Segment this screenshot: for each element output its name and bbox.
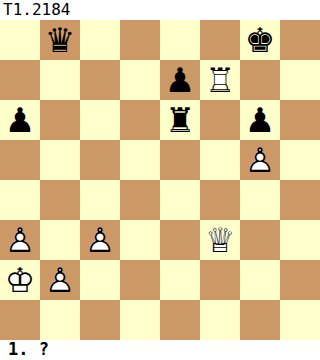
square-h1[interactable] [280, 300, 320, 340]
black-pawn: ♟ [240, 100, 280, 140]
square-h4[interactable] [280, 180, 320, 220]
square-a8[interactable] [0, 20, 40, 60]
square-d8[interactable] [120, 20, 160, 60]
square-d2[interactable] [120, 260, 160, 300]
square-b8[interactable]: ♛ [40, 20, 80, 60]
square-g1[interactable] [240, 300, 280, 340]
square-e8[interactable] [160, 20, 200, 60]
square-a3[interactable]: ♟♙ [0, 220, 40, 260]
white-pawn: ♟♙ [0, 220, 40, 260]
square-f8[interactable] [200, 20, 240, 60]
square-c4[interactable] [80, 180, 120, 220]
square-c5[interactable] [80, 140, 120, 180]
square-f1[interactable] [200, 300, 240, 340]
square-a7[interactable] [0, 60, 40, 100]
square-f2[interactable] [200, 260, 240, 300]
square-f7[interactable]: ♜♖ [200, 60, 240, 100]
square-a2[interactable]: ♚♔ [0, 260, 40, 300]
square-a5[interactable] [0, 140, 40, 180]
square-e6[interactable]: ♜ [160, 100, 200, 140]
square-g2[interactable] [240, 260, 280, 300]
black-queen: ♛ [40, 20, 80, 60]
square-h2[interactable] [280, 260, 320, 300]
white-queen: ♛♕ [200, 220, 240, 260]
white-king: ♚♔ [0, 260, 40, 300]
square-b2[interactable]: ♟♙ [40, 260, 80, 300]
square-g7[interactable] [240, 60, 280, 100]
square-e4[interactable] [160, 180, 200, 220]
square-e5[interactable] [160, 140, 200, 180]
square-g4[interactable] [240, 180, 280, 220]
square-a4[interactable] [0, 180, 40, 220]
square-d7[interactable] [120, 60, 160, 100]
puzzle-window: T1.2184 ♛♚♟♜♖♟♜♟♟♙♟♙♟♙♛♕♚♔♟♙ 1. ? [0, 0, 320, 360]
white-rook: ♜♖ [200, 60, 240, 100]
puzzle-title: T1.2184 [3, 1, 70, 19]
square-g5[interactable]: ♟♙ [240, 140, 280, 180]
square-d6[interactable] [120, 100, 160, 140]
square-e3[interactable] [160, 220, 200, 260]
square-h6[interactable] [280, 100, 320, 140]
square-c6[interactable] [80, 100, 120, 140]
square-f5[interactable] [200, 140, 240, 180]
black-king: ♚ [240, 20, 280, 60]
square-f3[interactable]: ♛♕ [200, 220, 240, 260]
white-pawn: ♟♙ [240, 140, 280, 180]
square-b5[interactable] [40, 140, 80, 180]
square-h5[interactable] [280, 140, 320, 180]
white-pawn: ♟♙ [40, 260, 80, 300]
square-e1[interactable] [160, 300, 200, 340]
square-d5[interactable] [120, 140, 160, 180]
square-b1[interactable] [40, 300, 80, 340]
black-rook: ♜ [160, 100, 200, 140]
move-prompt: 1. ? [8, 340, 49, 360]
square-b7[interactable] [40, 60, 80, 100]
square-c3[interactable]: ♟♙ [80, 220, 120, 260]
square-e7[interactable]: ♟ [160, 60, 200, 100]
square-c7[interactable] [80, 60, 120, 100]
square-g3[interactable] [240, 220, 280, 260]
chess-board: ♛♚♟♜♖♟♜♟♟♙♟♙♟♙♛♕♚♔♟♙ [0, 20, 320, 340]
square-b3[interactable] [40, 220, 80, 260]
square-d1[interactable] [120, 300, 160, 340]
square-g6[interactable]: ♟ [240, 100, 280, 140]
square-d4[interactable] [120, 180, 160, 220]
black-pawn: ♟ [160, 60, 200, 100]
square-f6[interactable] [200, 100, 240, 140]
square-h8[interactable] [280, 20, 320, 60]
square-c8[interactable] [80, 20, 120, 60]
square-c2[interactable] [80, 260, 120, 300]
square-b4[interactable] [40, 180, 80, 220]
square-b6[interactable] [40, 100, 80, 140]
black-pawn: ♟ [0, 100, 40, 140]
square-e2[interactable] [160, 260, 200, 300]
square-a1[interactable] [0, 300, 40, 340]
square-g8[interactable]: ♚ [240, 20, 280, 60]
white-pawn: ♟♙ [80, 220, 120, 260]
square-h3[interactable] [280, 220, 320, 260]
square-a6[interactable]: ♟ [0, 100, 40, 140]
square-d3[interactable] [120, 220, 160, 260]
square-h7[interactable] [280, 60, 320, 100]
square-f4[interactable] [200, 180, 240, 220]
square-c1[interactable] [80, 300, 120, 340]
